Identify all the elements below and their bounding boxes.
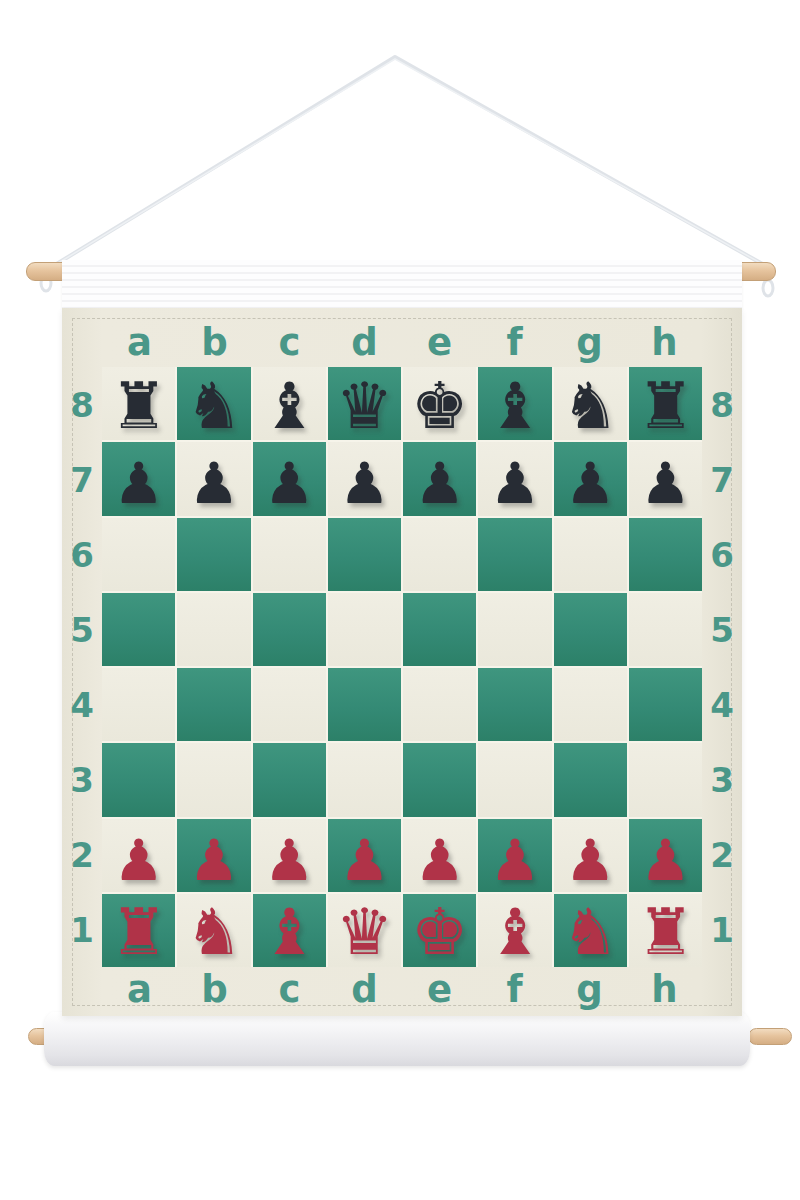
- square-f4[interactable]: [478, 668, 551, 741]
- square-b3[interactable]: [177, 743, 250, 816]
- square-d5[interactable]: [328, 593, 401, 666]
- square-h3[interactable]: [629, 743, 702, 816]
- file-label-a: a: [102, 967, 177, 1016]
- square-b7[interactable]: ♟: [177, 442, 250, 515]
- square-d1[interactable]: ♛: [328, 894, 401, 967]
- square-a5[interactable]: [102, 593, 175, 666]
- rank-label-3: 3: [702, 742, 742, 817]
- piece-black-king[interactable]: ♚: [411, 374, 468, 438]
- square-e7[interactable]: ♟: [403, 442, 476, 515]
- square-f2[interactable]: ♟: [478, 819, 551, 892]
- piece-red-rook[interactable]: ♜: [110, 900, 167, 964]
- piece-red-pawn[interactable]: ♟: [489, 832, 540, 889]
- piece-red-knight[interactable]: ♞: [185, 900, 242, 964]
- square-d6[interactable]: [328, 518, 401, 591]
- rank-label-5: 5: [62, 592, 102, 667]
- square-e8[interactable]: ♚: [403, 367, 476, 440]
- rank-labels-left: 87654321: [62, 367, 102, 967]
- rank-label-6: 6: [62, 517, 102, 592]
- square-g8[interactable]: ♞: [554, 367, 627, 440]
- file-label-f: f: [477, 967, 552, 1016]
- square-g5[interactable]: [554, 593, 627, 666]
- file-labels-bottom: abcdefgh: [102, 967, 702, 1016]
- square-a3[interactable]: [102, 743, 175, 816]
- piece-black-knight[interactable]: ♞: [561, 374, 618, 438]
- square-e6[interactable]: [403, 518, 476, 591]
- banner-top-sleeve: [62, 260, 742, 309]
- piece-black-bishop[interactable]: ♝: [486, 374, 543, 438]
- square-b4[interactable]: [177, 668, 250, 741]
- piece-black-pawn[interactable]: ♟: [188, 455, 239, 512]
- square-g6[interactable]: [554, 518, 627, 591]
- file-labels-top: abcdefgh: [102, 308, 702, 367]
- piece-black-pawn[interactable]: ♟: [113, 455, 164, 512]
- square-f7[interactable]: ♟: [478, 442, 551, 515]
- piece-red-bishop[interactable]: ♝: [486, 900, 543, 964]
- square-e1[interactable]: ♚: [403, 894, 476, 967]
- file-label-d: d: [327, 967, 402, 1016]
- square-h5[interactable]: [629, 593, 702, 666]
- square-c6[interactable]: [253, 518, 326, 591]
- square-f1[interactable]: ♝: [478, 894, 551, 967]
- square-g7[interactable]: ♟: [554, 442, 627, 515]
- square-e2[interactable]: ♟: [403, 819, 476, 892]
- piece-red-king[interactable]: ♚: [411, 900, 468, 964]
- rank-labels-right: 87654321: [702, 367, 742, 967]
- piece-black-pawn[interactable]: ♟: [414, 455, 465, 512]
- square-b5[interactable]: [177, 593, 250, 666]
- square-b1[interactable]: ♞: [177, 894, 250, 967]
- piece-black-bishop[interactable]: ♝: [260, 374, 317, 438]
- square-d2[interactable]: ♟: [328, 819, 401, 892]
- file-label-c: c: [252, 308, 327, 367]
- square-a8[interactable]: ♜: [102, 367, 175, 440]
- piece-red-rook[interactable]: ♜: [637, 900, 694, 964]
- square-d7[interactable]: ♟: [328, 442, 401, 515]
- square-c4[interactable]: [253, 668, 326, 741]
- piece-red-pawn[interactable]: ♟: [640, 832, 691, 889]
- square-e5[interactable]: [403, 593, 476, 666]
- file-label-a: a: [102, 308, 177, 367]
- rank-label-1: 1: [702, 892, 742, 967]
- square-f8[interactable]: ♝: [478, 367, 551, 440]
- piece-red-pawn[interactable]: ♟: [264, 832, 315, 889]
- square-h7[interactable]: ♟: [629, 442, 702, 515]
- square-e4[interactable]: [403, 668, 476, 741]
- square-a6[interactable]: [102, 518, 175, 591]
- square-h2[interactable]: ♟: [629, 819, 702, 892]
- file-label-g: g: [552, 967, 627, 1016]
- bottom-dowel-right-end: [748, 1028, 792, 1045]
- file-label-g: g: [552, 308, 627, 367]
- file-label-e: e: [402, 967, 477, 1016]
- rank-label-2: 2: [62, 817, 102, 892]
- square-f5[interactable]: [478, 593, 551, 666]
- piece-red-pawn[interactable]: ♟: [188, 832, 239, 889]
- square-g4[interactable]: [554, 668, 627, 741]
- piece-black-queen[interactable]: ♛: [336, 374, 393, 438]
- demo-chess-board-photo: abcdefgh abcdefgh 87654321 87654321 ♜♞♝♛…: [0, 0, 800, 1200]
- piece-red-pawn[interactable]: ♟: [414, 832, 465, 889]
- banner-surface: abcdefgh abcdefgh 87654321 87654321 ♜♞♝♛…: [62, 308, 742, 1016]
- chess-board: ♜♞♝♛♚♝♞♜♟♟♟♟♟♟♟♟♟♟♟♟♟♟♟♟♜♞♝♛♚♝♞♜: [102, 367, 702, 967]
- square-c2[interactable]: ♟: [253, 819, 326, 892]
- square-f6[interactable]: [478, 518, 551, 591]
- square-a4[interactable]: [102, 668, 175, 741]
- piece-red-bishop[interactable]: ♝: [260, 900, 317, 964]
- piece-red-pawn[interactable]: ♟: [339, 832, 390, 889]
- rank-label-1: 1: [62, 892, 102, 967]
- piece-black-rook[interactable]: ♜: [110, 374, 167, 438]
- square-a2[interactable]: ♟: [102, 819, 175, 892]
- rank-label-5: 5: [702, 592, 742, 667]
- square-c1[interactable]: ♝: [253, 894, 326, 967]
- rank-label-4: 4: [702, 667, 742, 742]
- square-b8[interactable]: ♞: [177, 367, 250, 440]
- file-label-d: d: [327, 308, 402, 367]
- square-a1[interactable]: ♜: [102, 894, 175, 967]
- piece-red-pawn[interactable]: ♟: [113, 832, 164, 889]
- square-g1[interactable]: ♞: [554, 894, 627, 967]
- file-label-f: f: [477, 308, 552, 367]
- square-g2[interactable]: ♟: [554, 819, 627, 892]
- file-label-b: b: [177, 308, 252, 367]
- square-d3[interactable]: [328, 743, 401, 816]
- square-c5[interactable]: [253, 593, 326, 666]
- square-g3[interactable]: [554, 743, 627, 816]
- square-b2[interactable]: ♟: [177, 819, 250, 892]
- square-b6[interactable]: [177, 518, 250, 591]
- board-banner: abcdefgh abcdefgh 87654321 87654321 ♜♞♝♛…: [62, 260, 742, 1080]
- rank-label-7: 7: [702, 442, 742, 517]
- square-c7[interactable]: ♟: [253, 442, 326, 515]
- piece-red-knight[interactable]: ♞: [561, 900, 618, 964]
- rank-label-6: 6: [702, 517, 742, 592]
- piece-red-pawn[interactable]: ♟: [565, 832, 616, 889]
- square-c3[interactable]: [253, 743, 326, 816]
- rank-label-8: 8: [62, 367, 102, 442]
- piece-red-queen[interactable]: ♛: [336, 900, 393, 964]
- square-d4[interactable]: [328, 668, 401, 741]
- piece-black-pawn[interactable]: ♟: [264, 455, 315, 512]
- piece-black-pawn[interactable]: ♟: [489, 455, 540, 512]
- piece-black-pawn[interactable]: ♟: [339, 455, 390, 512]
- file-label-e: e: [402, 308, 477, 367]
- file-label-h: h: [627, 308, 702, 367]
- square-h1[interactable]: ♜: [629, 894, 702, 967]
- rank-label-7: 7: [62, 442, 102, 517]
- square-d8[interactable]: ♛: [328, 367, 401, 440]
- file-label-c: c: [252, 967, 327, 1016]
- rank-label-4: 4: [62, 667, 102, 742]
- file-label-h: h: [627, 967, 702, 1016]
- rank-label-8: 8: [702, 367, 742, 442]
- square-h8[interactable]: ♜: [629, 367, 702, 440]
- piece-black-pawn[interactable]: ♟: [565, 455, 616, 512]
- square-c8[interactable]: ♝: [253, 367, 326, 440]
- file-label-b: b: [177, 967, 252, 1016]
- rank-label-3: 3: [62, 742, 102, 817]
- rank-label-2: 2: [702, 817, 742, 892]
- square-a7[interactable]: ♟: [102, 442, 175, 515]
- square-e3[interactable]: [403, 743, 476, 816]
- square-h6[interactable]: [629, 518, 702, 591]
- piece-black-rook[interactable]: ♜: [637, 374, 694, 438]
- piece-black-pawn[interactable]: ♟: [640, 455, 691, 512]
- square-h4[interactable]: [629, 668, 702, 741]
- square-f3[interactable]: [478, 743, 551, 816]
- piece-black-knight[interactable]: ♞: [185, 374, 242, 438]
